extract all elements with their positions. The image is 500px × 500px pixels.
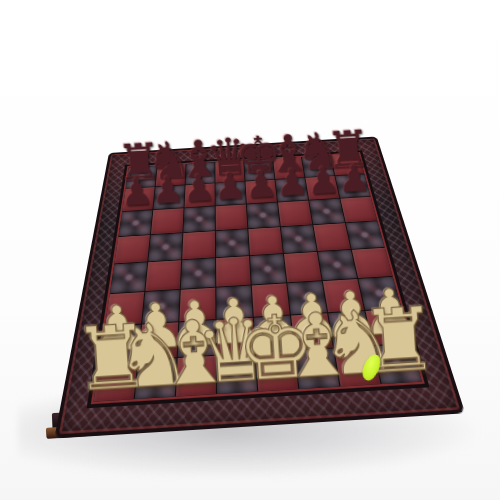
square-b5[interactable] <box>148 233 182 261</box>
square-f4[interactable] <box>284 252 322 282</box>
square-a7[interactable]: ♟ <box>122 187 154 211</box>
piece-maroon-pawn-f7[interactable]: ♟ <box>274 165 309 201</box>
piece-maroon-pawn-b7[interactable]: ♟ <box>150 172 185 208</box>
square-g6[interactable] <box>309 199 345 225</box>
piece-maroon-pawn-a7[interactable]: ♟ <box>119 174 154 210</box>
square-d4[interactable] <box>216 256 251 287</box>
square-c6[interactable] <box>183 206 215 232</box>
square-f5[interactable] <box>281 225 317 253</box>
piece-maroon-pawn-e7[interactable]: ♟ <box>243 167 278 203</box>
board-frame: ♜♞♝♛♚♝♞♜♟♟♟♟♟♟♟♟♟♟♟♟♟♟♟♟♜♞♝♛♚♝♞♜ <box>59 138 460 434</box>
square-a6[interactable] <box>118 210 152 236</box>
square-d7[interactable]: ♟ <box>215 182 245 206</box>
square-b6[interactable] <box>151 208 184 234</box>
square-h1[interactable]: ♜ <box>373 344 421 384</box>
chess-board: ♜♞♝♛♚♝♞♜♟♟♟♟♟♟♟♟♟♟♟♟♟♟♟♟♜♞♝♛♚♝♞♜ <box>59 138 462 435</box>
square-d5[interactable] <box>216 229 249 257</box>
square-g5[interactable] <box>313 223 350 251</box>
square-c4[interactable] <box>181 258 215 289</box>
square-e7[interactable]: ♟ <box>245 180 277 204</box>
square-g4[interactable] <box>318 250 357 280</box>
square-h5[interactable] <box>346 221 385 249</box>
piece-maroon-pawn-h7[interactable]: ♟ <box>337 161 372 197</box>
square-b7[interactable]: ♟ <box>153 185 184 209</box>
square-b4[interactable] <box>145 260 181 291</box>
square-d6[interactable] <box>216 204 248 230</box>
square-e5[interactable] <box>248 227 282 255</box>
square-c5[interactable] <box>182 231 215 259</box>
square-e4[interactable] <box>250 254 286 285</box>
square-a5[interactable] <box>114 235 150 263</box>
piece-maroon-pawn-g7[interactable]: ♟ <box>305 163 340 199</box>
square-h7[interactable]: ♟ <box>335 174 370 198</box>
square-g7[interactable]: ♟ <box>305 176 339 200</box>
piece-maroon-pawn-c7[interactable]: ♟ <box>181 170 216 206</box>
square-h6[interactable] <box>340 197 377 223</box>
square-f7[interactable]: ♟ <box>275 178 308 202</box>
square-a4[interactable] <box>110 262 147 293</box>
square-e6[interactable] <box>247 202 280 228</box>
piece-maroon-pawn-d7[interactable]: ♟ <box>212 169 247 205</box>
photo-canvas: ♜♞♝♛♚♝♞♜♟♟♟♟♟♟♟♟♟♟♟♟♟♟♟♟♜♞♝♛♚♝♞♜ <box>0 0 500 500</box>
square-c7[interactable]: ♟ <box>185 183 215 207</box>
square-h4[interactable] <box>352 248 393 278</box>
square-f6[interactable] <box>278 201 312 227</box>
